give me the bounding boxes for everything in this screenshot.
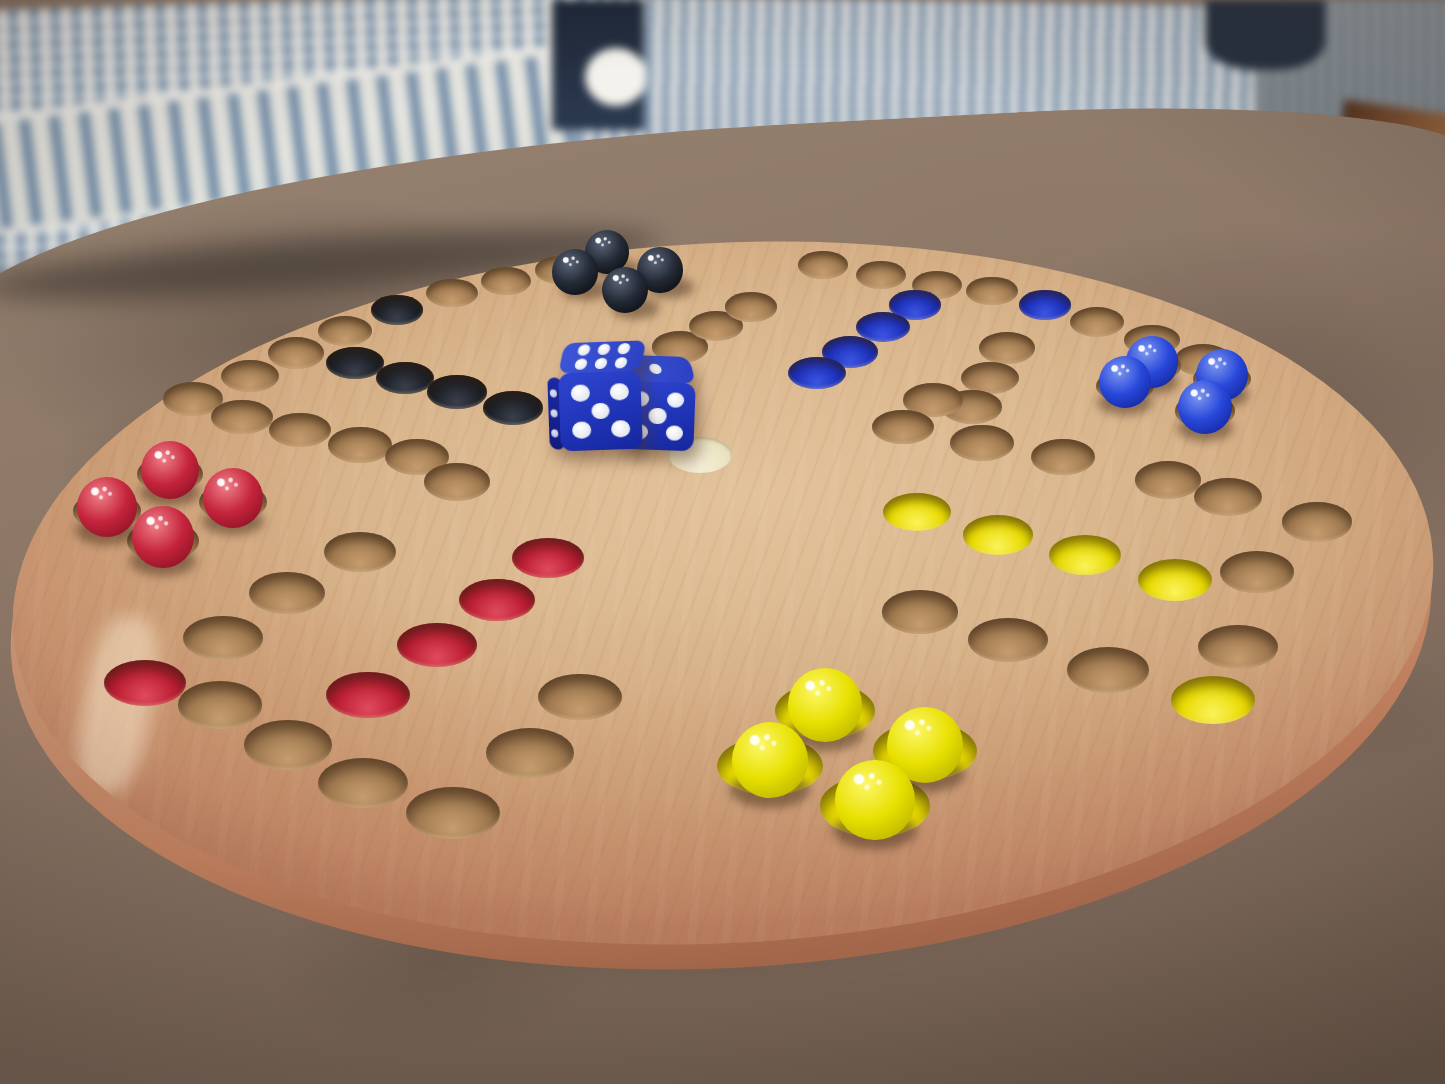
track-hole (183, 616, 262, 660)
black-entry-hole (371, 295, 424, 325)
blue-entry-hole (1019, 290, 1071, 319)
red-marble[interactable] (132, 506, 194, 568)
red-marble[interactable] (141, 441, 199, 499)
track-hole (1070, 307, 1124, 337)
yellow-home-hole (1049, 535, 1121, 576)
track-hole (950, 425, 1013, 461)
track-hole (221, 360, 279, 393)
track-hole (882, 590, 959, 633)
track-hole (1031, 439, 1096, 475)
yellow-marble[interactable] (835, 760, 914, 839)
scene-photo (0, 0, 1445, 1084)
track-hole (968, 618, 1047, 662)
die-1-top-face (558, 340, 646, 373)
track-hole (725, 292, 778, 321)
die-1[interactable] (557, 341, 643, 452)
die-1-front-face (558, 371, 643, 452)
track-hole (1067, 647, 1149, 693)
black-home-hole (483, 391, 544, 425)
track-hole (426, 279, 477, 308)
yellow-marble[interactable] (788, 668, 861, 741)
track-hole (406, 787, 499, 839)
black-home-hole (326, 347, 383, 379)
red-home-hole (512, 538, 585, 579)
black-marble[interactable] (552, 249, 597, 294)
white-pillow (585, 48, 647, 106)
red-marble[interactable] (203, 468, 263, 528)
track-hole (244, 720, 332, 769)
black-home-hole (376, 362, 434, 395)
yellow-entry-hole (1171, 676, 1255, 723)
track-hole (211, 400, 272, 434)
track-hole (318, 758, 409, 809)
track-hole (1194, 478, 1262, 516)
red-home-hole (326, 672, 410, 719)
red-entry-hole (104, 660, 187, 706)
track-hole (1135, 461, 1201, 498)
track-hole (966, 277, 1017, 306)
blue-home-hole (788, 357, 846, 389)
track-hole (872, 410, 934, 445)
track-hole (798, 251, 847, 279)
track-hole (486, 728, 574, 777)
yellow-home-hole (963, 515, 1034, 555)
track-hole (979, 332, 1035, 363)
track-hole (1282, 502, 1352, 541)
track-hole (318, 316, 372, 347)
track-hole (178, 681, 262, 728)
track-hole (249, 572, 324, 614)
track-hole (538, 674, 622, 721)
blue-marble[interactable] (1178, 380, 1232, 434)
track-hole (328, 427, 392, 463)
black-home-hole (427, 375, 486, 408)
track-hole (856, 261, 906, 289)
track-hole (1220, 551, 1294, 592)
track-hole (424, 463, 491, 500)
track-hole (481, 267, 531, 295)
red-home-hole (397, 623, 477, 668)
corner-shadow (1205, 0, 1325, 70)
blue-marble[interactable] (1099, 356, 1151, 408)
track-hole (268, 337, 324, 368)
track-hole (1198, 625, 1278, 670)
track-hole (324, 532, 396, 572)
red-marble[interactable] (77, 477, 137, 537)
red-home-hole (459, 579, 535, 622)
yellow-marble[interactable] (732, 722, 809, 799)
yellow-home-hole (1138, 559, 1212, 601)
